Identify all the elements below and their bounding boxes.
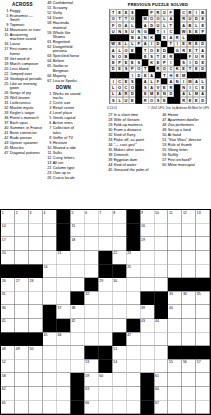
black-cell-r13-c6	[71, 373, 85, 387]
cell-r1-c6[interactable]: 5	[71, 210, 85, 224]
cell-r11-c11[interactable]	[140, 346, 154, 360]
cell-r12-c5[interactable]	[57, 360, 71, 374]
cell-r3-c15[interactable]	[196, 237, 210, 251]
clue-text: Whale like Shamu	[53, 30, 82, 39]
cell-r1-c1[interactable]: 1	[1, 210, 15, 224]
cell-r12-c2[interactable]	[15, 360, 29, 374]
black-cell-r12-c8	[99, 360, 113, 374]
cell-r13-c10[interactable]	[126, 373, 140, 387]
cell-r1-c15[interactable]: 13	[196, 210, 210, 224]
crossword-grid: 1234567891011121314151617181920212223242…	[0, 209, 211, 415]
cell-r1-c14[interactable]: 12	[182, 210, 196, 224]
cell-r2-c14[interactable]	[182, 224, 196, 238]
cell-r14-c5[interactable]	[57, 387, 71, 401]
cell-r11-c3[interactable]: 50	[29, 346, 43, 360]
cell-r3-c6[interactable]: 18	[71, 237, 85, 251]
cell-r1-c11[interactable]: 9	[140, 210, 154, 224]
cell-r15-c8[interactable]	[99, 400, 113, 414]
cell-r5-c12[interactable]	[154, 264, 168, 278]
cell-r1-c2[interactable]: 2	[15, 210, 29, 224]
cell-r3-c2[interactable]	[15, 237, 29, 251]
black-cell-r7-c6	[71, 292, 85, 306]
cell-r8-c3[interactable]	[29, 305, 43, 319]
clue-text: Set up a fund	[168, 127, 206, 131]
clue-text: Honor	[168, 112, 206, 116]
cell-r5-c13[interactable]	[168, 264, 182, 278]
cell-r6-c6[interactable]	[71, 278, 85, 292]
cell-r7-c15[interactable]: 35	[196, 292, 210, 306]
cell-number: 7	[99, 210, 101, 214]
cell-r4-c11[interactable]	[140, 251, 154, 265]
black-cell-r8-c12	[154, 305, 168, 319]
cell-r3-c4[interactable]	[43, 237, 57, 251]
cell-r9-c11[interactable]: 43	[140, 319, 154, 333]
cell-r12-c3[interactable]	[29, 360, 43, 374]
crossword-page: ACROSS 1Foggy5Economist — Smith9Topmost1…	[0, 0, 211, 415]
clue-text: Makes after taxes	[114, 147, 153, 151]
cell-number: 62	[2, 387, 6, 391]
cell-r12-c9[interactable]: 54	[112, 360, 126, 374]
cell-r5-c7[interactable]	[85, 264, 99, 278]
cell-r15-c5[interactable]	[57, 400, 71, 414]
black-cell-r6-c15	[196, 278, 210, 292]
down-clue-7: 7Collection of tales	[45, 126, 82, 135]
cell-r11-c1[interactable]: 48	[1, 346, 15, 360]
cell-number: 15	[71, 224, 75, 228]
cell-number: 26	[2, 278, 6, 282]
cell-r7-c9[interactable]	[112, 292, 126, 306]
down-clues-continued: 27In a short time28Wife of Geraint29Fold…	[105, 112, 211, 172]
cell-r12-c12[interactable]	[154, 360, 168, 374]
down-header: DOWN	[45, 85, 82, 90]
cell-r10-c4[interactable]: 45	[43, 332, 57, 346]
across-clue-17: 17First name in horror	[2, 47, 43, 56]
cell-r6-c1[interactable]: 26	[1, 278, 15, 292]
cell-r1-c4[interactable]: 4	[43, 210, 57, 224]
cell-r10-c11[interactable]	[140, 332, 154, 346]
clue-number: 33	[106, 137, 113, 141]
black-cell-r7-c12	[154, 292, 168, 306]
cell-r3-c8[interactable]	[99, 237, 113, 251]
cell-r8-c1[interactable]: 36	[1, 305, 15, 319]
clue-number: 47	[2, 151, 9, 155]
cell-r12-c15[interactable]: 57	[196, 360, 210, 374]
down-clue-50: 50At hand	[160, 132, 206, 136]
cell-r9-c15[interactable]	[196, 319, 210, 333]
black-cell-r2-c10	[126, 224, 140, 238]
cell-r10-c13[interactable]	[168, 332, 182, 346]
black-cell-r10-c9	[112, 332, 126, 346]
cell-r11-c4[interactable]	[43, 346, 57, 360]
cell-r8-c15[interactable]	[196, 305, 210, 319]
cell-r11-c5[interactable]	[57, 346, 71, 360]
cell-r11-c10[interactable]	[126, 346, 140, 360]
clue-text: "— cost you!"	[114, 142, 153, 146]
cell-r14-c10[interactable]	[126, 387, 140, 401]
cell-r7-c13[interactable]: 33	[168, 292, 182, 306]
cell-r2-c15[interactable]	[196, 224, 210, 238]
across-clue-66: 66Majority	[45, 73, 82, 77]
cell-r13-c12[interactable]: 61	[154, 373, 168, 387]
cell-r13-c9[interactable]	[112, 373, 126, 387]
down-clue-list-3: 46Honor47Apartment dweller48Zoo performe…	[160, 112, 206, 172]
clue-number: 34	[106, 142, 113, 146]
cell-number: 56	[183, 360, 187, 364]
clue-number: 26	[45, 175, 52, 179]
cell-r2-c13[interactable]	[168, 224, 182, 238]
cell-r9-c12[interactable]: 44	[154, 319, 168, 333]
clue-number: 25	[2, 82, 9, 91]
cell-r10-c8[interactable]	[99, 332, 113, 346]
cell-r9-c2[interactable]	[15, 319, 29, 333]
cell-number: 21	[57, 251, 61, 255]
clue-text: From a distance	[114, 127, 153, 131]
clue-number: 38	[106, 152, 113, 156]
cell-r15-c13[interactable]	[168, 400, 182, 414]
cell-r4-c1[interactable]: 20	[1, 251, 15, 265]
cell-r13-c3[interactable]	[29, 373, 43, 387]
cell-r11-c2[interactable]: 49	[15, 346, 29, 360]
clue-text: Hesitant	[53, 140, 82, 144]
cell-number: 13	[197, 210, 201, 214]
cell-r2-c12[interactable]	[154, 224, 168, 238]
cell-r7-c7[interactable]: 32	[85, 292, 99, 306]
black-cell-r5-c9	[112, 264, 126, 278]
cell-r10-c7[interactable]	[85, 332, 99, 346]
cell-r2-c1[interactable]: 14	[1, 224, 15, 238]
clue-number: 17	[2, 47, 9, 56]
cell-r13-c2[interactable]	[15, 373, 29, 387]
cell-r4-c10[interactable]: 23	[126, 251, 140, 265]
cell-r13-c4[interactable]	[43, 373, 57, 387]
cell-number: 48	[2, 346, 6, 350]
cell-r8-c11[interactable]: 39	[140, 305, 154, 319]
clue-text: At hand	[168, 132, 206, 136]
cell-r10-c10[interactable]: 47	[126, 332, 140, 346]
cell-r7-c5[interactable]	[57, 292, 71, 306]
cell-number: 28	[30, 278, 34, 282]
cell-r5-c10[interactable]: 25	[126, 264, 140, 278]
cell-r7-c8[interactable]	[99, 292, 113, 306]
cell-r9-c7[interactable]	[85, 319, 99, 333]
cell-r6-c11[interactable]	[140, 278, 154, 292]
cell-r12-c14[interactable]: 56	[182, 360, 196, 374]
cell-r13-c8[interactable]: 60	[99, 373, 113, 387]
black-cell-r5-c8	[99, 264, 113, 278]
cell-r10-c5[interactable]: 46	[57, 332, 71, 346]
cell-r8-c7[interactable]	[85, 305, 99, 319]
cell-r4-c13[interactable]	[168, 251, 182, 265]
cell-number: 52	[2, 360, 6, 364]
cell-r7-c4[interactable]	[43, 292, 57, 306]
cell-r12-c10[interactable]	[126, 360, 140, 374]
cell-r10-c6[interactable]	[71, 332, 85, 346]
cell-r2-c4[interactable]	[43, 224, 57, 238]
cell-r1-c13[interactable]: 11	[168, 210, 182, 224]
cell-r5-c6[interactable]	[71, 264, 85, 278]
cell-r4-c12[interactable]	[154, 251, 168, 265]
cell-r11-c12[interactable]	[154, 346, 168, 360]
cell-r8-c5[interactable]: 37	[57, 305, 71, 319]
clue-number: 67	[45, 78, 52, 82]
cell-r4-c9[interactable]: 22	[112, 251, 126, 265]
cell-r8-c6[interactable]: 38	[71, 305, 85, 319]
cell-r14-c7[interactable]: 63	[85, 387, 99, 401]
clue-number: 8	[45, 135, 52, 139]
cell-r3-c11[interactable]: 19	[140, 237, 154, 251]
cell-r14-c4[interactable]	[43, 387, 57, 401]
black-cell-r11-c14	[182, 346, 196, 360]
clue-text: Lisa or Spinks	[53, 78, 82, 82]
black-cell-r11-c7	[85, 346, 99, 360]
cell-r15-c10[interactable]	[126, 400, 140, 414]
cell-r14-c3[interactable]	[29, 387, 43, 401]
cell-r2-c7[interactable]	[85, 224, 99, 238]
cell-r8-c14[interactable]	[182, 305, 196, 319]
cell-r12-c1[interactable]: 52	[1, 360, 15, 374]
cell-r2-c11[interactable]: 16	[140, 224, 154, 238]
cell-r1-c12[interactable]: 10	[154, 210, 168, 224]
cell-r6-c10[interactable]	[126, 278, 140, 292]
cell-r6-c3[interactable]: 28	[29, 278, 43, 292]
cell-r8-c10[interactable]	[126, 305, 140, 319]
clue-number: 58	[45, 21, 52, 30]
cell-r7-c10[interactable]	[126, 292, 140, 306]
cell-r9-c1[interactable]: 41	[1, 319, 15, 333]
cell-r14-c15[interactable]	[196, 387, 210, 401]
black-cell-r13-c11	[140, 373, 154, 387]
cell-r5-c5[interactable]	[57, 264, 71, 278]
across-clue-65: 65Garbo or Bergman	[45, 64, 82, 73]
clue-number: 66	[45, 73, 52, 77]
cell-r6-c5[interactable]	[57, 278, 71, 292]
cell-r13-c14[interactable]	[182, 373, 196, 387]
clue-number: 46	[160, 112, 167, 116]
cell-number: 65	[2, 401, 6, 405]
cell-r9-c14[interactable]	[182, 319, 196, 333]
cell-r7-c1[interactable]: 31	[1, 292, 15, 306]
cell-r7-c3[interactable]	[29, 292, 43, 306]
cell-r10-c15[interactable]	[196, 332, 210, 346]
cell-r15-c4[interactable]	[43, 400, 57, 414]
cell-r11-c9[interactable]: 51	[112, 346, 126, 360]
cell-r15-c9[interactable]	[112, 400, 126, 414]
cell-number: 19	[141, 237, 145, 241]
cell-r8-c9[interactable]	[112, 305, 126, 319]
clue-number: 1	[45, 92, 52, 101]
middle-clues-column: 48Confidential51Scrawny52Vivify54Daunt58…	[45, 1, 82, 180]
cell-r15-c3[interactable]	[29, 400, 43, 414]
cell-r8-c2[interactable]	[15, 305, 29, 319]
clue-number: 60	[160, 162, 167, 166]
clue-number: 5	[2, 14, 9, 23]
cell-r11-c6[interactable]	[71, 346, 85, 360]
cell-number: 34	[183, 292, 187, 296]
clue-number: 14	[2, 28, 9, 32]
down-clue-47: 47Apartment dweller	[160, 117, 206, 121]
previous-puzzle-solved-grid: TEESPROFCRIBOTTOMOOLARUDEFOALADULTABLEUN…	[110, 9, 207, 104]
cell-r13-c1[interactable]: 58	[1, 373, 15, 387]
cell-r9-c9[interactable]	[112, 319, 126, 333]
clue-text: Fold-up mattress	[114, 122, 153, 126]
cell-r3-c14[interactable]	[182, 237, 196, 251]
cell-r13-c7[interactable]: 59	[85, 373, 99, 387]
clue-text: Diagonal patterns	[10, 151, 43, 155]
cell-r7-c2[interactable]	[15, 292, 29, 306]
down-clue-list-1: 1Works on sound tracks2Circle size3Retai…	[45, 92, 82, 180]
cell-r3-c12[interactable]	[154, 237, 168, 251]
black-cell-r9-c4	[43, 319, 57, 333]
across-clue-62: 62Dangerfield persona	[45, 45, 82, 54]
clue-text: Kind of water	[114, 162, 153, 166]
clue-text: Apartment dweller	[168, 117, 206, 121]
down-clue-list-2: 27In a short time28Wife of Geraint29Fold…	[106, 112, 153, 172]
cell-r1-c9[interactable]: 8	[112, 210, 126, 224]
down-clue-55: 55Viking letter	[160, 147, 206, 151]
cell-number: 16	[141, 224, 145, 228]
cell-r15-c1[interactable]: 65	[1, 400, 15, 414]
cell-r4-c2[interactable]	[15, 251, 29, 265]
cell-r5-c15[interactable]	[196, 264, 210, 278]
cell-r5-c11[interactable]	[140, 264, 154, 278]
cell-number: 32	[85, 292, 89, 296]
black-cell-r6-c13	[168, 278, 182, 292]
cell-r6-c9[interactable]: 30	[112, 278, 126, 292]
down-clue-46: 46Honor	[160, 112, 206, 116]
cell-r5-c14[interactable]	[182, 264, 196, 278]
cell-r6-c4[interactable]	[43, 278, 57, 292]
cell-r4-c4[interactable]	[43, 251, 57, 265]
cell-r10-c12[interactable]	[154, 332, 168, 346]
cell-r1-c7[interactable]: 6	[85, 210, 99, 224]
cell-r14-c1[interactable]: 62	[1, 387, 15, 401]
cell-r4-c15[interactable]	[196, 251, 210, 265]
clue-number: 27	[106, 112, 113, 116]
cell-r15-c15[interactable]	[196, 400, 210, 414]
cell-r14-c8[interactable]	[99, 387, 113, 401]
cell-r13-c13[interactable]	[168, 373, 182, 387]
clue-number: 47	[160, 117, 167, 121]
cell-r3-c9[interactable]	[112, 237, 126, 251]
cell-r14-c2[interactable]	[15, 387, 29, 401]
cell-r9-c13[interactable]	[168, 319, 182, 333]
cell-r12-c4[interactable]	[43, 360, 57, 374]
cell-r14-c12[interactable]: 64	[154, 387, 168, 401]
cell-r8-c13[interactable]: 40	[168, 305, 182, 319]
across-clue-list-1: 1Foggy5Economist — Smith9Topmost14Mounta…	[2, 9, 43, 156]
cell-r15-c14[interactable]	[182, 400, 196, 414]
down-clue-49: 49Set up a fund	[160, 127, 206, 131]
cell-number: 11	[169, 210, 173, 214]
cell-r2-c2[interactable]	[15, 224, 29, 238]
cell-r4-c7[interactable]	[85, 251, 99, 265]
clue-number: 50	[160, 132, 167, 136]
cell-r15-c7[interactable]: 66	[85, 400, 99, 414]
cell-r3-c3[interactable]	[29, 237, 43, 251]
down-clue-29: 29Fold-up mattress	[106, 122, 153, 126]
across-clue-25: 25Like an evening gown	[2, 82, 43, 91]
cell-number: 49	[16, 346, 20, 350]
solved-cell-r15-c15: D	[200, 97, 206, 103]
cell-r15-c2[interactable]	[15, 400, 29, 414]
cell-r1-c3[interactable]: 3	[29, 210, 43, 224]
cell-r6-c8[interactable]: 29	[99, 278, 113, 292]
across-clue-14: 14Mountains or river	[2, 28, 43, 32]
cell-r15-c12[interactable]: 67	[154, 400, 168, 414]
down-clue-60: 60Milne marsupial	[160, 162, 206, 166]
cell-r4-c3[interactable]	[29, 251, 43, 265]
cell-r1-c8[interactable]: 7	[99, 210, 113, 224]
black-cell-r15-c11	[140, 400, 154, 414]
black-cell-r14-c6	[71, 387, 85, 401]
cell-r9-c3[interactable]	[29, 319, 43, 333]
black-cell-r6-c7	[85, 278, 99, 292]
cell-r3-c1[interactable]: 17	[1, 237, 15, 251]
cell-r12-c13[interactable]: 55	[168, 360, 182, 374]
cell-r6-c12[interactable]	[154, 278, 168, 292]
cell-r2-c6[interactable]: 15	[71, 224, 85, 238]
cell-number: 8	[113, 210, 115, 214]
cell-number: 33	[169, 292, 173, 296]
clue-text: Answering machine sound	[10, 33, 43, 42]
cell-number: 36	[2, 305, 6, 309]
clue-text: Flake off, as paint	[114, 137, 153, 141]
black-cell-r11-c8	[99, 346, 113, 360]
puzzle-date: 3-13-01	[107, 106, 117, 109]
cell-r8-c8[interactable]	[99, 305, 113, 319]
cell-r7-c14[interactable]: 34	[182, 292, 196, 306]
cell-r4-c5[interactable]: 21	[57, 251, 71, 265]
cell-number: 4	[44, 210, 46, 214]
cell-r12-c11[interactable]	[140, 360, 154, 374]
cell-r3-c13[interactable]	[168, 237, 182, 251]
cell-r2-c3[interactable]	[29, 224, 43, 238]
cell-number: 38	[71, 305, 75, 309]
clue-number: 45	[106, 167, 113, 171]
cell-r10-c14[interactable]	[182, 332, 196, 346]
black-cell-r15-c6	[71, 400, 85, 414]
cell-r3-c7[interactable]	[85, 237, 99, 251]
clue-number: 32	[106, 132, 113, 136]
cell-r2-c9[interactable]	[112, 224, 126, 238]
cell-number: 18	[71, 237, 75, 241]
black-cell-r1-c5	[57, 210, 71, 224]
clue-text: Cuzco locale	[53, 175, 82, 179]
clue-number: 57	[160, 157, 167, 161]
clue-text: "Star Wars" director	[168, 137, 206, 141]
black-cell-r9-c10	[126, 319, 140, 333]
clue-number: 7	[45, 126, 52, 135]
cell-r6-c2[interactable]: 27	[15, 278, 29, 292]
cell-r12-c6[interactable]	[71, 360, 85, 374]
cell-r9-c8[interactable]	[99, 319, 113, 333]
cell-r9-c6[interactable]: 42	[71, 319, 85, 333]
black-cell-r2-c5	[57, 224, 71, 238]
cell-r13-c15[interactable]	[196, 373, 210, 387]
cell-r13-c5[interactable]	[57, 373, 71, 387]
cell-r14-c14[interactable]	[182, 387, 196, 401]
cell-r5-c4[interactable]: 24	[43, 264, 57, 278]
cell-r4-c14[interactable]	[182, 251, 196, 265]
cell-r12-c7[interactable]: 53	[85, 360, 99, 374]
cell-r14-c9[interactable]	[112, 387, 126, 401]
cell-r2-c8[interactable]	[99, 224, 113, 238]
down-clue-39: 39Egyptian dam	[106, 157, 153, 161]
cell-r4-c6[interactable]	[71, 251, 85, 265]
cell-number: 9	[141, 210, 143, 214]
cell-r14-c13[interactable]	[168, 387, 182, 401]
down-clue-33: 33Flake off, as paint	[106, 137, 153, 141]
